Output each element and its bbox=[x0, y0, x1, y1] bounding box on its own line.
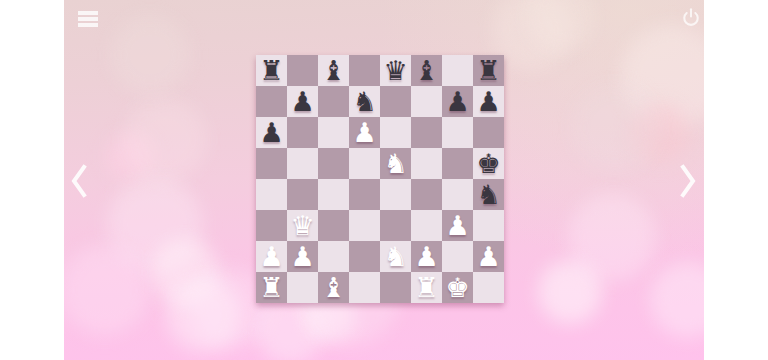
square-e1[interactable] bbox=[380, 272, 411, 303]
square-f5[interactable] bbox=[411, 148, 442, 179]
black-rook[interactable]: ♜ bbox=[259, 57, 283, 84]
square-f1[interactable]: ♜ bbox=[411, 272, 442, 303]
square-b2[interactable]: ♟ bbox=[287, 241, 318, 272]
white-knight[interactable]: ♞ bbox=[383, 150, 407, 177]
square-e8[interactable]: ♛ bbox=[380, 55, 411, 86]
black-queen[interactable]: ♛ bbox=[383, 57, 407, 84]
square-a7[interactable] bbox=[256, 86, 287, 117]
square-d2[interactable] bbox=[349, 241, 380, 272]
bokeh-circle bbox=[64, 245, 150, 335]
white-king[interactable]: ♚ bbox=[445, 274, 469, 301]
bokeh-circle bbox=[620, 25, 704, 129]
black-pawn[interactable]: ♟ bbox=[290, 88, 314, 115]
square-b5[interactable] bbox=[287, 148, 318, 179]
square-a3[interactable] bbox=[256, 210, 287, 241]
square-g6[interactable] bbox=[442, 117, 473, 148]
black-bishop[interactable]: ♝ bbox=[321, 57, 345, 84]
bokeh-circle bbox=[123, 98, 207, 182]
square-h8[interactable]: ♜ bbox=[473, 55, 504, 86]
black-pawn[interactable]: ♟ bbox=[259, 119, 283, 146]
white-queen[interactable]: ♛ bbox=[290, 212, 314, 239]
square-f3[interactable] bbox=[411, 210, 442, 241]
square-a1[interactable]: ♜ bbox=[256, 272, 287, 303]
next-puzzle-button[interactable] bbox=[678, 163, 698, 199]
white-pawn[interactable]: ♟ bbox=[414, 243, 438, 270]
black-bishop[interactable]: ♝ bbox=[414, 57, 438, 84]
square-f6[interactable] bbox=[411, 117, 442, 148]
app-background: ♜♝♛♝♜♟♞♟♟♟♟♞♚♞♛♟♟♟♞♟♟♜♝♜♚ bbox=[64, 0, 704, 360]
square-c8[interactable]: ♝ bbox=[318, 55, 349, 86]
square-a5[interactable] bbox=[256, 148, 287, 179]
square-b1[interactable] bbox=[287, 272, 318, 303]
square-c5[interactable] bbox=[318, 148, 349, 179]
chevron-right-icon bbox=[678, 163, 698, 199]
square-d3[interactable] bbox=[349, 210, 380, 241]
square-h1[interactable] bbox=[473, 272, 504, 303]
square-b4[interactable] bbox=[287, 179, 318, 210]
white-pawn[interactable]: ♟ bbox=[445, 212, 469, 239]
bokeh-circle bbox=[538, 260, 602, 324]
square-c7[interactable] bbox=[318, 86, 349, 117]
square-e7[interactable] bbox=[380, 86, 411, 117]
bokeh-circle bbox=[107, 177, 203, 273]
white-pawn[interactable]: ♟ bbox=[290, 243, 314, 270]
square-a8[interactable]: ♜ bbox=[256, 55, 287, 86]
square-d5[interactable] bbox=[349, 148, 380, 179]
power-button[interactable] bbox=[682, 8, 700, 26]
square-h5[interactable]: ♚ bbox=[473, 148, 504, 179]
black-knight[interactable]: ♞ bbox=[352, 88, 376, 115]
square-h2[interactable]: ♟ bbox=[473, 241, 504, 272]
square-d8[interactable] bbox=[349, 55, 380, 86]
square-a2[interactable]: ♟ bbox=[256, 241, 287, 272]
square-g8[interactable] bbox=[442, 55, 473, 86]
square-h3[interactable] bbox=[473, 210, 504, 241]
square-f4[interactable] bbox=[411, 179, 442, 210]
bokeh-circle bbox=[106, 133, 154, 181]
white-knight[interactable]: ♞ bbox=[383, 243, 407, 270]
square-g5[interactable] bbox=[442, 148, 473, 179]
square-c3[interactable] bbox=[318, 210, 349, 241]
menu-button[interactable] bbox=[78, 11, 98, 27]
square-h7[interactable]: ♟ bbox=[473, 86, 504, 117]
square-a6[interactable]: ♟ bbox=[256, 117, 287, 148]
square-g1[interactable]: ♚ bbox=[442, 272, 473, 303]
chess-board: ♜♝♛♝♜♟♞♟♟♟♟♞♚♞♛♟♟♟♞♟♟♜♝♜♚ bbox=[256, 55, 504, 303]
square-f8[interactable]: ♝ bbox=[411, 55, 442, 86]
square-g3[interactable]: ♟ bbox=[442, 210, 473, 241]
square-b7[interactable]: ♟ bbox=[287, 86, 318, 117]
square-g7[interactable]: ♟ bbox=[442, 86, 473, 117]
square-c1[interactable]: ♝ bbox=[318, 272, 349, 303]
square-d7[interactable]: ♞ bbox=[349, 86, 380, 117]
square-f7[interactable] bbox=[411, 86, 442, 117]
bokeh-circle bbox=[571, 84, 659, 172]
white-bishop[interactable]: ♝ bbox=[321, 274, 345, 301]
black-rook[interactable]: ♜ bbox=[476, 57, 500, 84]
white-pawn[interactable]: ♟ bbox=[352, 119, 376, 146]
bokeh-circle bbox=[256, 296, 324, 360]
square-f2[interactable]: ♟ bbox=[411, 241, 442, 272]
square-c2[interactable] bbox=[318, 241, 349, 272]
white-rook[interactable]: ♜ bbox=[259, 274, 283, 301]
bokeh-circle bbox=[630, 103, 690, 163]
square-b3[interactable]: ♛ bbox=[287, 210, 318, 241]
square-d4[interactable] bbox=[349, 179, 380, 210]
bokeh-circle bbox=[110, 15, 190, 95]
white-pawn[interactable]: ♟ bbox=[259, 243, 283, 270]
square-e4[interactable] bbox=[380, 179, 411, 210]
square-e5[interactable]: ♞ bbox=[380, 148, 411, 179]
white-rook[interactable]: ♜ bbox=[414, 274, 438, 301]
hamburger-icon bbox=[78, 11, 98, 15]
bokeh-circle bbox=[492, 0, 572, 70]
square-g2[interactable] bbox=[442, 241, 473, 272]
square-h4[interactable]: ♞ bbox=[473, 179, 504, 210]
square-g4[interactable] bbox=[442, 179, 473, 210]
square-h6[interactable] bbox=[473, 117, 504, 148]
square-e3[interactable] bbox=[380, 210, 411, 241]
black-king[interactable]: ♚ bbox=[476, 150, 500, 177]
square-a4[interactable] bbox=[256, 179, 287, 210]
square-d1[interactable] bbox=[349, 272, 380, 303]
square-e2[interactable]: ♞ bbox=[380, 241, 411, 272]
white-pawn[interactable]: ♟ bbox=[476, 243, 500, 270]
square-b6[interactable] bbox=[287, 117, 318, 148]
power-icon bbox=[682, 8, 700, 26]
prev-puzzle-button[interactable] bbox=[69, 163, 89, 199]
square-e6[interactable] bbox=[380, 117, 411, 148]
black-pawn[interactable]: ♟ bbox=[445, 88, 469, 115]
square-d6[interactable]: ♟ bbox=[349, 117, 380, 148]
black-pawn[interactable]: ♟ bbox=[476, 88, 500, 115]
bokeh-circle bbox=[151, 238, 219, 306]
square-b8[interactable] bbox=[287, 55, 318, 86]
bokeh-circle bbox=[166, 277, 242, 353]
square-c4[interactable] bbox=[318, 179, 349, 210]
bokeh-circle bbox=[526, 0, 594, 52]
bokeh-circle bbox=[568, 193, 656, 281]
square-c6[interactable] bbox=[318, 117, 349, 148]
bokeh-circle bbox=[650, 262, 704, 338]
black-knight[interactable]: ♞ bbox=[476, 181, 500, 208]
chevron-left-icon bbox=[69, 163, 89, 199]
